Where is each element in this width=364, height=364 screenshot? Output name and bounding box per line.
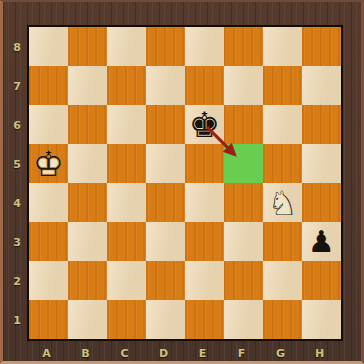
highlighted-square-f5[interactable] (224, 144, 263, 183)
square-a6[interactable] (29, 105, 68, 144)
square-b3[interactable] (68, 222, 107, 261)
square-h2[interactable] (302, 261, 341, 300)
square-e2[interactable] (185, 261, 224, 300)
black-king-glyph[interactable]: ♚ (185, 105, 224, 144)
square-g8[interactable] (263, 27, 302, 66)
square-b5[interactable] (68, 144, 107, 183)
file-label-g: G (261, 344, 300, 363)
white-knight-fill-glyph: ♞ (263, 183, 302, 222)
square-d6[interactable] (146, 105, 185, 144)
file-label-e: E (183, 344, 222, 363)
square-e3[interactable] (185, 222, 224, 261)
square-b1[interactable] (68, 300, 107, 339)
square-a4[interactable] (29, 183, 68, 222)
white-king-fill-glyph: ♚ (29, 144, 68, 183)
piece-black-pawn-h3[interactable]: ♟ (302, 222, 341, 261)
square-g3[interactable] (263, 222, 302, 261)
white-knight-glyph[interactable]: ♘ (263, 183, 302, 222)
chess-board: ♚♚♔♞♘♟ (27, 25, 343, 341)
rank-label-2: 2 (7, 262, 27, 301)
file-label-c: C (105, 344, 144, 363)
square-h1[interactable] (302, 300, 341, 339)
square-b7[interactable] (68, 66, 107, 105)
piece-white-knight-g4[interactable]: ♞♘ (263, 183, 302, 222)
square-a3[interactable] (29, 222, 68, 261)
white-king-glyph[interactable]: ♔ (29, 144, 68, 183)
square-a7[interactable] (29, 66, 68, 105)
square-f1[interactable] (224, 300, 263, 339)
square-e4[interactable] (185, 183, 224, 222)
rank-label-3: 3 (7, 223, 27, 262)
file-label-a: A (27, 344, 66, 363)
square-g6[interactable] (263, 105, 302, 144)
square-g7[interactable] (263, 66, 302, 105)
square-h4[interactable] (302, 183, 341, 222)
square-e8[interactable] (185, 27, 224, 66)
rank-label-4: 4 (7, 184, 27, 223)
square-h8[interactable] (302, 27, 341, 66)
square-a8[interactable] (29, 27, 68, 66)
square-d3[interactable] (146, 222, 185, 261)
file-label-b: B (66, 344, 105, 363)
rank-label-1: 1 (7, 301, 27, 340)
square-d4[interactable] (146, 183, 185, 222)
square-c8[interactable] (107, 27, 146, 66)
square-b2[interactable] (68, 261, 107, 300)
rank-label-7: 7 (7, 67, 27, 106)
rank-label-5: 5 (7, 145, 27, 184)
square-c7[interactable] (107, 66, 146, 105)
rank-label-6: 6 (7, 106, 27, 145)
board-frame: ♚♚♔♞♘♟ 87654321 ABCDEFGH (0, 0, 364, 364)
square-e5[interactable] (185, 144, 224, 183)
square-c4[interactable] (107, 183, 146, 222)
square-d8[interactable] (146, 27, 185, 66)
square-a1[interactable] (29, 300, 68, 339)
square-b4[interactable] (68, 183, 107, 222)
square-f8[interactable] (224, 27, 263, 66)
square-a2[interactable] (29, 261, 68, 300)
square-g5[interactable] (263, 144, 302, 183)
square-e7[interactable] (185, 66, 224, 105)
square-g2[interactable] (263, 261, 302, 300)
square-e1[interactable] (185, 300, 224, 339)
square-d7[interactable] (146, 66, 185, 105)
square-f2[interactable] (224, 261, 263, 300)
square-h7[interactable] (302, 66, 341, 105)
square-f4[interactable] (224, 183, 263, 222)
piece-white-king-a5[interactable]: ♚♔ (29, 144, 68, 183)
file-label-d: D (144, 344, 183, 363)
black-pawn-glyph[interactable]: ♟ (302, 222, 341, 261)
square-d2[interactable] (146, 261, 185, 300)
square-c1[interactable] (107, 300, 146, 339)
square-c5[interactable] (107, 144, 146, 183)
square-f6[interactable] (224, 105, 263, 144)
square-c6[interactable] (107, 105, 146, 144)
file-label-h: H (300, 344, 339, 363)
square-d5[interactable] (146, 144, 185, 183)
file-label-f: F (222, 344, 261, 363)
square-f7[interactable] (224, 66, 263, 105)
square-h5[interactable] (302, 144, 341, 183)
square-g1[interactable] (263, 300, 302, 339)
square-d1[interactable] (146, 300, 185, 339)
square-h6[interactable] (302, 105, 341, 144)
square-c2[interactable] (107, 261, 146, 300)
square-c3[interactable] (107, 222, 146, 261)
square-b6[interactable] (68, 105, 107, 144)
piece-black-king-e6[interactable]: ♚ (185, 105, 224, 144)
square-f3[interactable] (224, 222, 263, 261)
square-b8[interactable] (68, 27, 107, 66)
rank-label-8: 8 (7, 28, 27, 67)
